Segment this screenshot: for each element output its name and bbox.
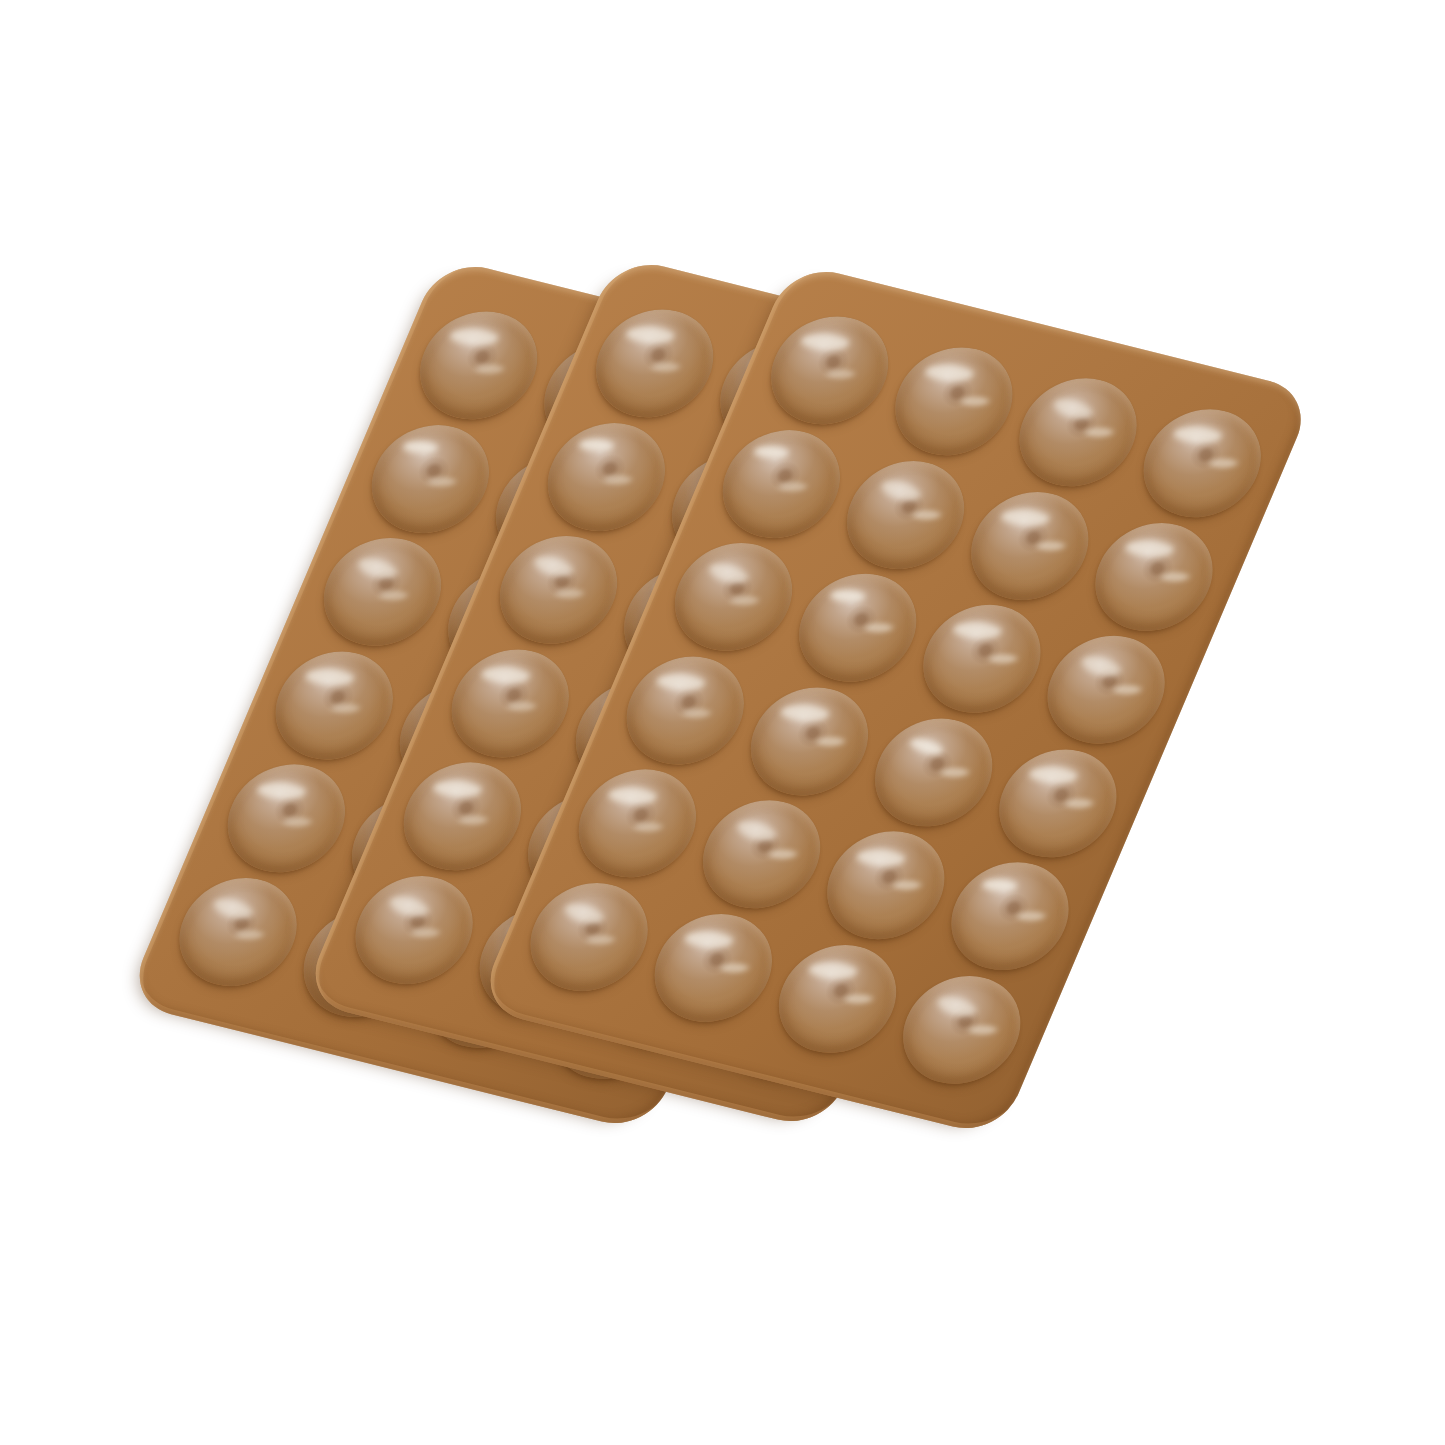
suction-cup [530,411,683,542]
suction-cup [338,864,491,995]
suction-cup [637,902,790,1033]
suction-cup [258,640,411,771]
suction-cup [753,305,906,436]
suction-cup [857,707,1010,838]
suction-cup [954,480,1107,611]
suction-cup [657,531,810,662]
suction-cup [210,753,363,884]
suction-cup [482,524,635,655]
suction-cup [877,336,1030,467]
suction-cup [1078,511,1231,642]
suction-cup [685,789,838,920]
suction-cup [705,418,858,549]
suction-cup [809,820,962,951]
suction-cup [733,676,886,807]
suction-cup [561,758,714,889]
suction-cup [1126,397,1279,528]
suction-cup [905,593,1058,724]
suction-cup [434,638,587,769]
suction-cup [1030,624,1183,755]
suction-cup [513,871,666,1002]
suction-cup [306,526,459,657]
suction-cup [402,300,555,431]
suction-cup [982,737,1135,868]
suction-cup [609,645,762,776]
suction-cup [933,851,1086,982]
suction-cup [354,413,507,544]
suction-cup [386,751,539,882]
suction-cup [885,964,1038,1095]
suction-cup [1002,367,1155,498]
suction-cup [761,933,914,1064]
suction-cup [578,298,731,429]
product-photo-canvas [0,0,1445,1445]
suction-cup [781,562,934,693]
suction-cup [162,866,315,997]
suction-cup [829,449,982,580]
